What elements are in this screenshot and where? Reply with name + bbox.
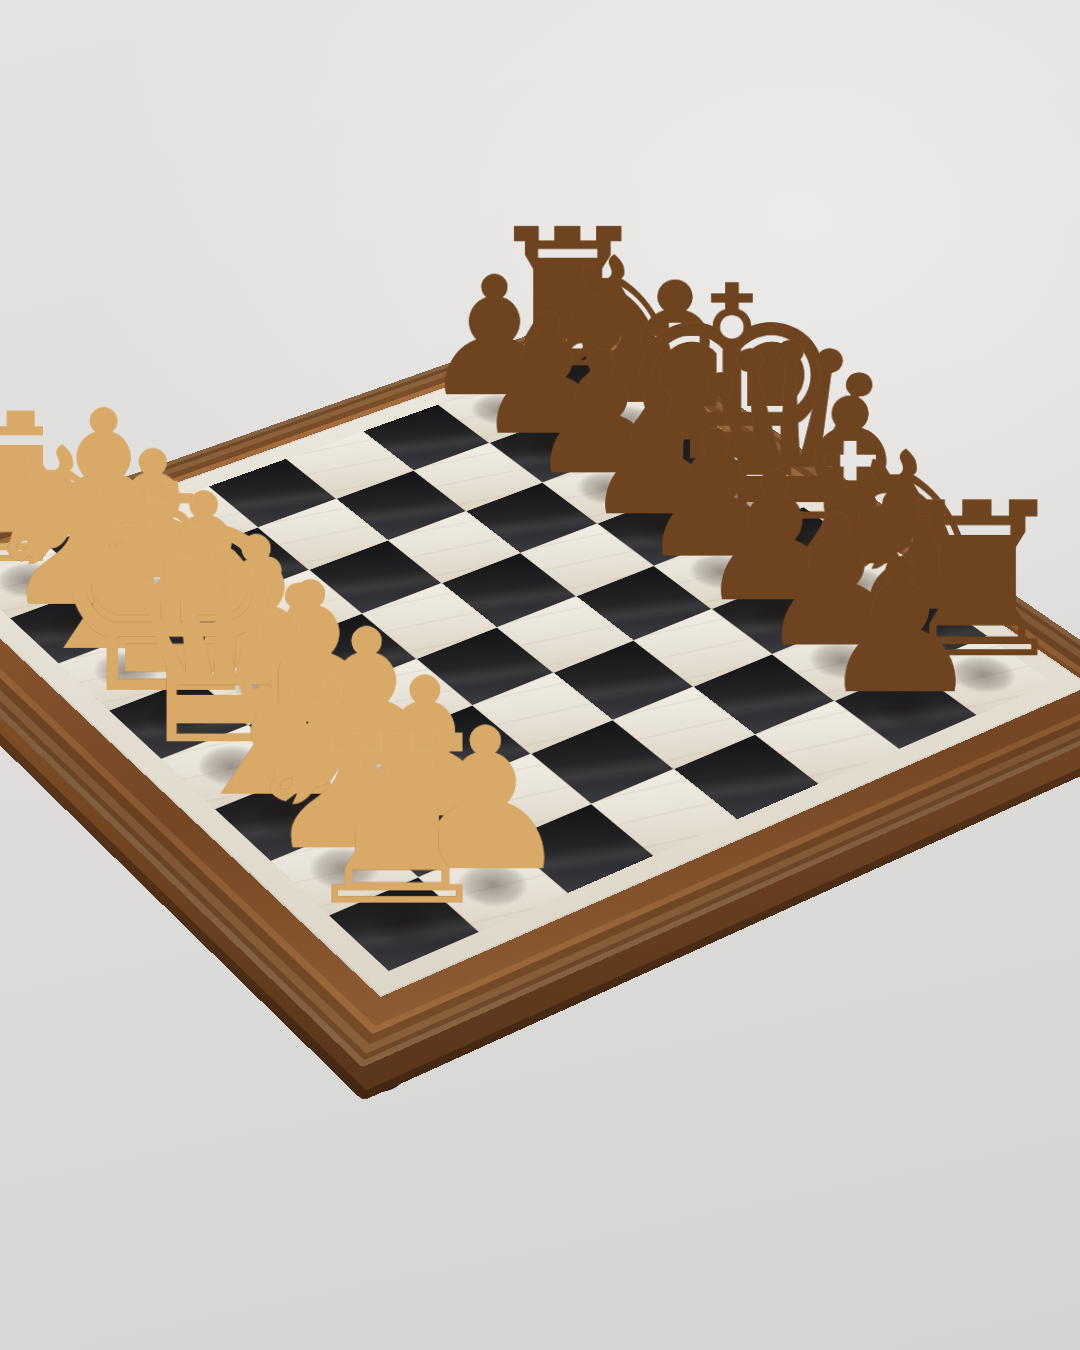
chess-board: ♜♞♝♚♛♝♞♜♟♟♟♟♟♟♟♟♟♟♟♟♟♟♟♟♜♞♝♚♛♝♞♜ xyxy=(0,301,1080,1057)
white-rook-a1: ♜ xyxy=(229,718,563,927)
photo-backdrop: ♜♞♝♚♛♝♞♜♟♟♟♟♟♟♟♟♟♟♟♟♟♟♟♟♜♞♝♚♛♝♞♜ xyxy=(0,0,1080,1350)
black-pawn-a7: ♟ xyxy=(745,545,1055,711)
scene: ♜♞♝♚♛♝♞♜♟♟♟♟♟♟♟♟♟♟♟♟♟♟♟♟♜♞♝♚♛♝♞♜ xyxy=(0,0,1080,1350)
square-a1: ♜ xyxy=(329,878,478,971)
